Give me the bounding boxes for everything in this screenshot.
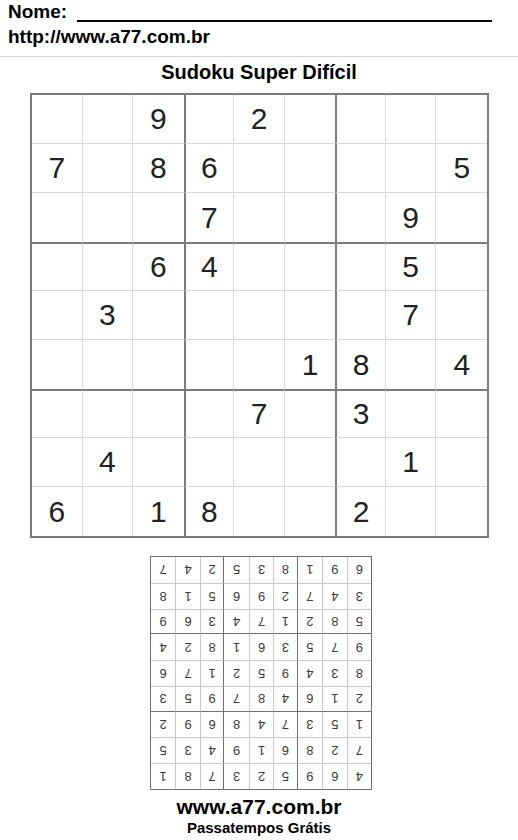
solution-cell: 5 <box>322 712 346 738</box>
sudoku-cell[interactable] <box>83 95 134 144</box>
sudoku-cell[interactable] <box>285 438 336 487</box>
sudoku-cell[interactable] <box>133 389 184 438</box>
solution-cell: 4 <box>298 660 322 686</box>
sudoku-cell[interactable]: 5 <box>386 242 437 291</box>
sudoku-cell[interactable] <box>32 242 83 291</box>
sudoku-cell[interactable] <box>83 242 134 291</box>
sudoku-cell[interactable] <box>184 438 235 487</box>
sudoku-cell[interactable] <box>436 438 487 487</box>
sudoku-cell[interactable] <box>335 438 386 487</box>
sudoku-cell[interactable]: 5 <box>436 144 487 193</box>
solution-cell: 1 <box>322 686 346 712</box>
sudoku-cell[interactable] <box>436 389 487 438</box>
sudoku-cell[interactable] <box>386 340 437 389</box>
solution-cell: 4 <box>175 557 199 583</box>
header-site-url: http://www.a77.com.br <box>8 26 210 48</box>
sudoku-cell[interactable]: 2 <box>234 95 285 144</box>
solution-cell: 5 <box>273 763 297 789</box>
sudoku-cell[interactable]: 6 <box>133 242 184 291</box>
sudoku-cell[interactable]: 3 <box>335 389 386 438</box>
sudoku-cell[interactable]: 7 <box>234 389 285 438</box>
sudoku-cell[interactable] <box>386 389 437 438</box>
solution-cell: 6 <box>200 712 224 738</box>
sudoku-cell[interactable]: 7 <box>32 144 83 193</box>
solution-cell: 2 <box>175 634 199 660</box>
solution-cell: 6 <box>347 557 371 583</box>
sudoku-cell[interactable] <box>335 193 386 242</box>
solution-cell: 8 <box>224 712 248 738</box>
solution-cell: 3 <box>322 660 346 686</box>
sudoku-cell[interactable] <box>83 340 134 389</box>
solution-cell: 1 <box>224 634 248 660</box>
sudoku-cell[interactable]: 8 <box>184 487 235 536</box>
sudoku-cell[interactable] <box>184 95 235 144</box>
solution-cell: 3 <box>249 557 273 583</box>
header-divider <box>0 56 518 57</box>
sudoku-cell[interactable] <box>133 193 184 242</box>
solution-cell: 6 <box>249 634 273 660</box>
solution-cell: 2 <box>224 660 248 686</box>
sudoku-cell[interactable]: 6 <box>32 487 83 536</box>
sudoku-grid: 927865796453718473416182 <box>30 93 489 538</box>
sudoku-cell[interactable] <box>32 438 83 487</box>
solution-cell: 3 <box>224 763 248 789</box>
solution-cell: 1 <box>347 712 371 738</box>
solution-cell: 8 <box>298 737 322 763</box>
solution-cell: 7 <box>151 557 175 583</box>
sudoku-cell[interactable] <box>436 242 487 291</box>
solution-cell: 9 <box>347 634 371 660</box>
solution-cell: 1 <box>151 763 175 789</box>
solution-cell: 2 <box>322 737 346 763</box>
solution-cell: 5 <box>224 557 248 583</box>
sudoku-cell[interactable] <box>386 144 437 193</box>
sudoku-cell[interactable] <box>386 487 437 536</box>
footer-site-url: www.a77.com.br <box>0 795 518 819</box>
solution-cell: 2 <box>151 712 175 738</box>
solution-cell: 7 <box>322 634 346 660</box>
solution-cell: 4 <box>273 686 297 712</box>
solution-cell: 9 <box>273 660 297 686</box>
worksheet-page: Nome: http://www.a77.com.br Sudoku Super… <box>0 0 518 840</box>
solution-cell: 4 <box>347 763 371 789</box>
solution-cell: 5 <box>151 737 175 763</box>
solution-cell: 7 <box>249 609 273 635</box>
solution-cell: 9 <box>200 686 224 712</box>
solution-cell: 9 <box>322 557 346 583</box>
sudoku-cell[interactable] <box>234 438 285 487</box>
sudoku-cell[interactable] <box>436 291 487 340</box>
sudoku-cell[interactable] <box>335 242 386 291</box>
solution-cell: 7 <box>347 737 371 763</box>
sudoku-cell[interactable] <box>133 340 184 389</box>
sudoku-cell[interactable] <box>184 291 235 340</box>
solution-cell: 1 <box>298 557 322 583</box>
sudoku-cell[interactable] <box>285 291 336 340</box>
sudoku-cell[interactable] <box>32 389 83 438</box>
solution-cell: 7 <box>273 712 297 738</box>
sudoku-cell[interactable] <box>184 340 235 389</box>
sudoku-cell[interactable] <box>234 291 285 340</box>
solution-cell: 4 <box>249 712 273 738</box>
sudoku-cell[interactable] <box>234 340 285 389</box>
solution-cell: 2 <box>249 763 273 789</box>
sudoku-cell[interactable] <box>285 487 336 536</box>
solution-cell: 8 <box>322 609 346 635</box>
sudoku-cell[interactable] <box>285 193 336 242</box>
sudoku-cell[interactable] <box>436 95 487 144</box>
solution-cell: 9 <box>224 737 248 763</box>
sudoku-cell[interactable] <box>83 144 134 193</box>
sudoku-cell[interactable] <box>335 144 386 193</box>
sudoku-cell[interactable] <box>32 95 83 144</box>
solution-grid: 4695237817286194351537486922164879538349… <box>150 556 372 790</box>
solution-cell: 9 <box>298 763 322 789</box>
solution-cell: 6 <box>224 583 248 609</box>
solution-cell: 5 <box>175 686 199 712</box>
solution-cell: 8 <box>249 686 273 712</box>
footer-tagline: Passatempos Grátis <box>0 819 518 836</box>
solution-cell: 8 <box>273 557 297 583</box>
sudoku-cell[interactable] <box>32 193 83 242</box>
sudoku-cell[interactable] <box>234 242 285 291</box>
solution-cell: 7 <box>224 686 248 712</box>
solution-cell: 9 <box>151 609 175 635</box>
sudoku-cell[interactable]: 3 <box>83 291 134 340</box>
sudoku-cell[interactable]: 1 <box>133 487 184 536</box>
solution-cell: 3 <box>200 609 224 635</box>
solution-cell: 2 <box>273 583 297 609</box>
sudoku-cell[interactable]: 9 <box>386 193 437 242</box>
solution-cell: 3 <box>175 737 199 763</box>
sudoku-cell[interactable]: 4 <box>184 242 235 291</box>
solution-cell: 1 <box>200 660 224 686</box>
sudoku-cell[interactable]: 8 <box>335 340 386 389</box>
sudoku-cell[interactable] <box>335 95 386 144</box>
sudoku-cell[interactable] <box>83 193 134 242</box>
solution-cell: 6 <box>151 660 175 686</box>
solution-cell: 8 <box>175 763 199 789</box>
solution-cell: 8 <box>200 634 224 660</box>
sudoku-cell[interactable] <box>436 487 487 536</box>
sudoku-cell[interactable] <box>32 340 83 389</box>
sudoku-cell[interactable]: 6 <box>184 144 235 193</box>
sudoku-cell[interactable] <box>386 95 437 144</box>
sudoku-cell[interactable]: 2 <box>335 487 386 536</box>
name-blank-line <box>77 5 492 22</box>
solution-cell: 9 <box>249 583 273 609</box>
solution-cell: 8 <box>347 660 371 686</box>
sudoku-cell[interactable] <box>436 193 487 242</box>
solution-cell: 2 <box>347 686 371 712</box>
solution-cell: 7 <box>175 660 199 686</box>
solution-cell: 6 <box>273 737 297 763</box>
solution-cell: 9 <box>175 712 199 738</box>
sudoku-cell[interactable]: 8 <box>133 144 184 193</box>
sudoku-cell[interactable] <box>285 389 336 438</box>
sudoku-cell[interactable]: 7 <box>386 291 437 340</box>
solution-cell: 7 <box>200 763 224 789</box>
solution-cell: 6 <box>322 763 346 789</box>
solution-cell: 4 <box>151 634 175 660</box>
sudoku-cell[interactable]: 1 <box>285 340 336 389</box>
sudoku-cell[interactable] <box>285 144 336 193</box>
solution-cell: 1 <box>249 737 273 763</box>
sudoku-cell[interactable]: 9 <box>133 95 184 144</box>
sudoku-cell[interactable] <box>285 242 336 291</box>
sudoku-cell[interactable] <box>335 291 386 340</box>
name-label: Nome: <box>8 2 67 22</box>
sudoku-cell[interactable] <box>234 487 285 536</box>
solution-cell: 3 <box>347 583 371 609</box>
solution-cell: 6 <box>298 686 322 712</box>
sudoku-cell[interactable] <box>184 389 235 438</box>
solution-cell: 6 <box>175 609 199 635</box>
page-title: Sudoku Super Difícil <box>0 61 518 84</box>
solution-cell: 5 <box>298 634 322 660</box>
sudoku-cell[interactable] <box>285 95 336 144</box>
solution-cell: 8 <box>151 583 175 609</box>
solution-cell: 1 <box>175 583 199 609</box>
sudoku-cell[interactable] <box>133 438 184 487</box>
solution-cell: 7 <box>298 583 322 609</box>
name-row: Nome: <box>8 2 492 22</box>
sudoku-cell[interactable] <box>234 193 285 242</box>
solution-cell: 3 <box>151 686 175 712</box>
sudoku-cell[interactable] <box>83 487 134 536</box>
solution-cell: 4 <box>322 583 346 609</box>
sudoku-cell[interactable]: 4 <box>436 340 487 389</box>
solution-cell: 1 <box>273 609 297 635</box>
sudoku-cell[interactable]: 1 <box>386 438 437 487</box>
sudoku-cell[interactable] <box>32 291 83 340</box>
sudoku-cell[interactable] <box>234 144 285 193</box>
solution-cell: 3 <box>298 712 322 738</box>
solution-cell: 2 <box>200 557 224 583</box>
sudoku-cell[interactable] <box>83 389 134 438</box>
solution-cell: 3 <box>273 634 297 660</box>
solution-cell: 5 <box>347 609 371 635</box>
solution-cell: 5 <box>249 660 273 686</box>
sudoku-cell[interactable]: 4 <box>83 438 134 487</box>
sudoku-cell[interactable] <box>133 291 184 340</box>
sudoku-cell[interactable]: 7 <box>184 193 235 242</box>
solution-cell: 5 <box>200 583 224 609</box>
solution-cell: 4 <box>200 737 224 763</box>
solution-cell: 2 <box>298 609 322 635</box>
solution-cell: 4 <box>224 609 248 635</box>
